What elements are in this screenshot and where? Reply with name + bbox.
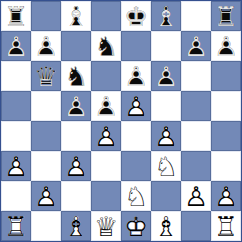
square-b8[interactable] xyxy=(31,1,61,31)
white-piece-fill: ♟ xyxy=(211,181,241,211)
square-a2[interactable] xyxy=(1,181,31,211)
black-piece-outline: ♙ xyxy=(61,91,91,121)
piece-black-pawn: ♟♙ xyxy=(61,91,91,121)
square-a4[interactable] xyxy=(1,121,31,151)
square-h8[interactable]: ♜♖ xyxy=(211,1,241,31)
white-piece-outline: ♘ xyxy=(121,181,151,211)
chess-board: ♜♖♝♗♚♔♝♗♜♖♟♙♟♙♞♘♟♙♟♙♛♕♞♘♟♙♟♙♟♙♟♙♟♙♟♙♟♙♟♙… xyxy=(0,0,242,242)
square-a5[interactable] xyxy=(1,91,31,121)
black-piece-fill: ♟ xyxy=(31,31,61,61)
black-piece-fill: ♝ xyxy=(151,1,181,31)
square-d3[interactable] xyxy=(91,151,121,181)
white-piece-fill: ♟ xyxy=(181,181,211,211)
square-g5[interactable] xyxy=(181,91,211,121)
white-piece-fill: ♝ xyxy=(151,211,181,241)
square-a8[interactable]: ♜♖ xyxy=(1,1,31,31)
black-piece-outline: ♙ xyxy=(211,31,241,61)
square-h4[interactable] xyxy=(211,121,241,151)
piece-black-pawn: ♟♙ xyxy=(91,91,121,121)
piece-white-knight: ♞♘ xyxy=(121,181,151,211)
square-b1[interactable] xyxy=(31,211,61,241)
square-c3[interactable]: ♟♙ xyxy=(61,151,91,181)
square-h7[interactable]: ♟♙ xyxy=(211,31,241,61)
piece-white-pawn: ♟♙ xyxy=(61,151,91,181)
white-piece-outline: ♙ xyxy=(61,151,91,181)
piece-black-pawn: ♟♙ xyxy=(31,31,61,61)
square-e5[interactable]: ♟♙ xyxy=(121,91,151,121)
piece-black-knight: ♞♘ xyxy=(91,31,121,61)
white-piece-fill: ♟ xyxy=(121,91,151,121)
black-piece-fill: ♟ xyxy=(181,31,211,61)
black-piece-outline: ♙ xyxy=(91,91,121,121)
black-piece-fill: ♜ xyxy=(1,1,31,31)
square-a3[interactable]: ♟♙ xyxy=(1,151,31,181)
white-piece-outline: ♙ xyxy=(211,181,241,211)
square-c7[interactable] xyxy=(61,31,91,61)
black-piece-fill: ♟ xyxy=(91,91,121,121)
white-piece-fill: ♟ xyxy=(1,151,31,181)
square-e1[interactable]: ♚♔ xyxy=(121,211,151,241)
black-piece-fill: ♟ xyxy=(211,31,241,61)
white-piece-fill: ♜ xyxy=(1,211,31,241)
square-b3[interactable] xyxy=(31,151,61,181)
square-h6[interactable] xyxy=(211,61,241,91)
white-piece-outline: ♙ xyxy=(1,151,31,181)
white-piece-fill: ♟ xyxy=(151,121,181,151)
square-a1[interactable]: ♜♖ xyxy=(1,211,31,241)
black-piece-fill: ♚ xyxy=(121,1,151,31)
piece-black-rook: ♜♖ xyxy=(211,1,241,31)
square-e4[interactable] xyxy=(121,121,151,151)
black-piece-outline: ♗ xyxy=(151,1,181,31)
square-e8[interactable]: ♚♔ xyxy=(121,1,151,31)
white-piece-fill: ♛ xyxy=(91,211,121,241)
square-h5[interactable] xyxy=(211,91,241,121)
white-piece-fill: ♝ xyxy=(61,211,91,241)
square-f5[interactable] xyxy=(151,91,181,121)
square-g6[interactable] xyxy=(181,61,211,91)
piece-white-pawn: ♟♙ xyxy=(121,91,151,121)
square-e7[interactable] xyxy=(121,31,151,61)
square-g1[interactable] xyxy=(181,211,211,241)
piece-black-pawn: ♟♙ xyxy=(1,31,31,61)
white-piece-fill: ♞ xyxy=(151,151,181,181)
square-g4[interactable] xyxy=(181,121,211,151)
white-piece-outline: ♗ xyxy=(61,211,91,241)
white-piece-outline: ♖ xyxy=(1,211,31,241)
black-piece-outline: ♙ xyxy=(121,61,151,91)
piece-black-king: ♚♔ xyxy=(121,1,151,31)
piece-black-pawn: ♟♙ xyxy=(211,31,241,61)
black-piece-fill: ♜ xyxy=(211,1,241,31)
piece-white-rook: ♜♖ xyxy=(1,211,31,241)
black-piece-fill: ♟ xyxy=(151,61,181,91)
white-piece-fill: ♜ xyxy=(211,211,241,241)
white-piece-outline: ♕ xyxy=(91,211,121,241)
square-b7[interactable]: ♟♙ xyxy=(31,31,61,61)
square-h1[interactable]: ♜♖ xyxy=(211,211,241,241)
square-c4[interactable] xyxy=(61,121,91,151)
black-piece-outline: ♙ xyxy=(151,61,181,91)
square-a7[interactable]: ♟♙ xyxy=(1,31,31,61)
black-piece-outline: ♕ xyxy=(31,61,61,91)
black-piece-outline: ♙ xyxy=(31,31,61,61)
piece-white-pawn: ♟♙ xyxy=(1,151,31,181)
white-piece-fill: ♟ xyxy=(31,181,61,211)
piece-black-knight: ♞♘ xyxy=(61,61,91,91)
white-piece-outline: ♙ xyxy=(181,181,211,211)
square-b5[interactable] xyxy=(31,91,61,121)
piece-black-rook: ♜♖ xyxy=(1,1,31,31)
square-e2[interactable]: ♞♘ xyxy=(121,181,151,211)
white-piece-outline: ♗ xyxy=(151,211,181,241)
square-g3[interactable] xyxy=(181,151,211,181)
white-piece-outline: ♙ xyxy=(151,121,181,151)
piece-black-queen: ♛♕ xyxy=(31,61,61,91)
square-b4[interactable] xyxy=(31,121,61,151)
piece-white-bishop: ♝♗ xyxy=(61,211,91,241)
square-h3[interactable] xyxy=(211,151,241,181)
square-c2[interactable] xyxy=(61,181,91,211)
square-g7[interactable]: ♟♙ xyxy=(181,31,211,61)
square-g2[interactable]: ♟♙ xyxy=(181,181,211,211)
piece-white-bishop: ♝♗ xyxy=(151,211,181,241)
square-b2[interactable]: ♟♙ xyxy=(31,181,61,211)
square-d1[interactable]: ♛♕ xyxy=(91,211,121,241)
white-piece-outline: ♙ xyxy=(91,121,121,151)
white-piece-outline: ♙ xyxy=(121,91,151,121)
square-a6[interactable] xyxy=(1,61,31,91)
white-piece-outline: ♔ xyxy=(121,211,151,241)
square-h2[interactable]: ♟♙ xyxy=(211,181,241,211)
square-d8[interactable] xyxy=(91,1,121,31)
black-piece-outline: ♖ xyxy=(1,1,31,31)
square-c8[interactable]: ♝♗ xyxy=(61,1,91,31)
piece-black-bishop: ♝♗ xyxy=(151,1,181,31)
square-b6[interactable]: ♛♕ xyxy=(31,61,61,91)
white-piece-outline: ♖ xyxy=(211,211,241,241)
square-f3[interactable]: ♞♘ xyxy=(151,151,181,181)
black-piece-fill: ♟ xyxy=(61,91,91,121)
square-e3[interactable] xyxy=(121,151,151,181)
white-piece-outline: ♙ xyxy=(31,181,61,211)
black-piece-outline: ♗ xyxy=(61,1,91,31)
piece-black-bishop: ♝♗ xyxy=(61,1,91,31)
piece-white-pawn: ♟♙ xyxy=(91,121,121,151)
white-piece-fill: ♚ xyxy=(121,211,151,241)
black-piece-outline: ♖ xyxy=(211,1,241,31)
white-piece-fill: ♟ xyxy=(61,151,91,181)
black-piece-fill: ♟ xyxy=(121,61,151,91)
black-piece-outline: ♙ xyxy=(1,31,31,61)
piece-white-king: ♚♔ xyxy=(121,211,151,241)
square-c5[interactable]: ♟♙ xyxy=(61,91,91,121)
piece-black-pawn: ♟♙ xyxy=(121,61,151,91)
white-piece-fill: ♞ xyxy=(121,181,151,211)
black-piece-fill: ♝ xyxy=(61,1,91,31)
square-f6[interactable]: ♟♙ xyxy=(151,61,181,91)
square-f7[interactable] xyxy=(151,31,181,61)
square-c1[interactable]: ♝♗ xyxy=(61,211,91,241)
black-piece-fill: ♞ xyxy=(91,31,121,61)
white-piece-fill: ♟ xyxy=(91,121,121,151)
square-d6[interactable] xyxy=(91,61,121,91)
piece-white-pawn: ♟♙ xyxy=(31,181,61,211)
black-piece-outline: ♔ xyxy=(121,1,151,31)
piece-white-pawn: ♟♙ xyxy=(211,181,241,211)
piece-black-pawn: ♟♙ xyxy=(181,31,211,61)
square-c6[interactable]: ♞♘ xyxy=(61,61,91,91)
black-piece-fill: ♟ xyxy=(1,31,31,61)
white-piece-outline: ♘ xyxy=(151,151,181,181)
black-piece-fill: ♛ xyxy=(31,61,61,91)
square-e6[interactable]: ♟♙ xyxy=(121,61,151,91)
piece-white-pawn: ♟♙ xyxy=(181,181,211,211)
black-piece-outline: ♙ xyxy=(181,31,211,61)
black-piece-outline: ♘ xyxy=(91,31,121,61)
square-d7[interactable]: ♞♘ xyxy=(91,31,121,61)
square-d2[interactable] xyxy=(91,181,121,211)
piece-white-queen: ♛♕ xyxy=(91,211,121,241)
piece-white-pawn: ♟♙ xyxy=(151,121,181,151)
piece-white-knight: ♞♘ xyxy=(151,151,181,181)
square-d4[interactable]: ♟♙ xyxy=(91,121,121,151)
square-f4[interactable]: ♟♙ xyxy=(151,121,181,151)
black-piece-outline: ♘ xyxy=(61,61,91,91)
piece-black-pawn: ♟♙ xyxy=(151,61,181,91)
square-d5[interactable]: ♟♙ xyxy=(91,91,121,121)
square-f8[interactable]: ♝♗ xyxy=(151,1,181,31)
square-g8[interactable] xyxy=(181,1,211,31)
square-f2[interactable] xyxy=(151,181,181,211)
black-piece-fill: ♞ xyxy=(61,61,91,91)
square-f1[interactable]: ♝♗ xyxy=(151,211,181,241)
piece-white-rook: ♜♖ xyxy=(211,211,241,241)
